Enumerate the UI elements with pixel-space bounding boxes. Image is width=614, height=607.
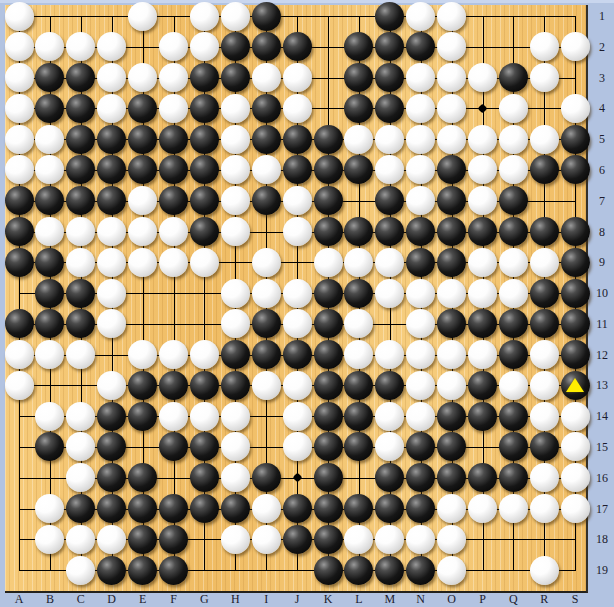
white-stone-G2[interactable] xyxy=(190,32,219,61)
white-stone-I17[interactable] xyxy=(252,494,281,523)
black-stone-H13[interactable] xyxy=(221,371,250,400)
white-stone-F8[interactable] xyxy=(159,217,188,246)
black-stone-D7[interactable] xyxy=(97,186,126,215)
black-stone-I2[interactable] xyxy=(252,32,281,61)
black-stone-L8[interactable] xyxy=(344,217,373,246)
white-stone-B14[interactable] xyxy=(35,402,64,431)
white-stone-D13[interactable] xyxy=(97,371,126,400)
white-stone-A6[interactable] xyxy=(5,155,34,184)
black-stone-C10[interactable] xyxy=(66,279,95,308)
black-stone-S8[interactable] xyxy=(561,217,590,246)
black-stone-J12[interactable] xyxy=(283,340,312,369)
white-stone-P5[interactable] xyxy=(468,125,497,154)
black-stone-C3[interactable] xyxy=(66,63,95,92)
white-stone-H6[interactable] xyxy=(221,155,250,184)
row-label-6: 6 xyxy=(591,163,613,177)
white-stone-C16[interactable] xyxy=(66,463,95,492)
white-stone-C8[interactable] xyxy=(66,217,95,246)
black-stone-I5[interactable] xyxy=(252,125,281,154)
black-stone-M3[interactable] xyxy=(375,63,404,92)
black-stone-D6[interactable] xyxy=(97,155,126,184)
white-stone-R2[interactable] xyxy=(530,32,559,61)
black-stone-R10[interactable] xyxy=(530,279,559,308)
white-stone-F9[interactable] xyxy=(159,248,188,277)
white-stone-H8[interactable] xyxy=(221,217,250,246)
black-stone-K18[interactable] xyxy=(314,525,343,554)
white-stone-F2[interactable] xyxy=(159,32,188,61)
white-stone-C15[interactable] xyxy=(66,432,95,461)
white-stone-M18[interactable] xyxy=(375,525,404,554)
white-stone-I18[interactable] xyxy=(252,525,281,554)
white-stone-H11[interactable] xyxy=(221,309,250,338)
black-stone-S12[interactable] xyxy=(561,340,590,369)
white-stone-B8[interactable] xyxy=(35,217,64,246)
black-stone-A8[interactable] xyxy=(5,217,34,246)
white-stone-P10[interactable] xyxy=(468,279,497,308)
black-stone-H3[interactable] xyxy=(221,63,250,92)
black-stone-I11[interactable] xyxy=(252,309,281,338)
black-stone-Q7[interactable] xyxy=(499,186,528,215)
white-stone-S4[interactable] xyxy=(561,94,590,123)
black-stone-M17[interactable] xyxy=(375,494,404,523)
white-stone-M5[interactable] xyxy=(375,125,404,154)
white-stone-R9[interactable] xyxy=(530,248,559,277)
white-stone-G9[interactable] xyxy=(190,248,219,277)
white-stone-H7[interactable] xyxy=(221,186,250,215)
white-stone-J8[interactable] xyxy=(283,217,312,246)
white-stone-F3[interactable] xyxy=(159,63,188,92)
white-stone-F12[interactable] xyxy=(159,340,188,369)
black-stone-D16[interactable] xyxy=(97,463,126,492)
white-stone-R16[interactable] xyxy=(530,463,559,492)
white-stone-E12[interactable] xyxy=(128,340,157,369)
white-stone-I6[interactable] xyxy=(252,155,281,184)
white-stone-J13[interactable] xyxy=(283,371,312,400)
white-stone-D18[interactable] xyxy=(97,525,126,554)
black-stone-M16[interactable] xyxy=(375,463,404,492)
black-stone-F5[interactable] xyxy=(159,125,188,154)
white-stone-H5[interactable] xyxy=(221,125,250,154)
black-stone-D15[interactable] xyxy=(97,432,126,461)
black-stone-A7[interactable] xyxy=(5,186,34,215)
white-stone-P6[interactable] xyxy=(468,155,497,184)
white-stone-R13[interactable] xyxy=(530,371,559,400)
white-stone-H1[interactable] xyxy=(221,2,250,31)
black-stone-B10[interactable] xyxy=(35,279,64,308)
white-stone-H4[interactable] xyxy=(221,94,250,123)
white-stone-N18[interactable] xyxy=(406,525,435,554)
black-stone-L14[interactable] xyxy=(344,402,373,431)
black-stone-I7[interactable] xyxy=(252,186,281,215)
white-stone-O2[interactable] xyxy=(437,32,466,61)
black-stone-G8[interactable] xyxy=(190,217,219,246)
white-stone-P12[interactable] xyxy=(468,340,497,369)
white-stone-B12[interactable] xyxy=(35,340,64,369)
black-stone-K5[interactable] xyxy=(314,125,343,154)
black-stone-L17[interactable] xyxy=(344,494,373,523)
black-stone-B4[interactable] xyxy=(35,94,64,123)
black-stone-I4[interactable] xyxy=(252,94,281,123)
white-stone-N5[interactable] xyxy=(406,125,435,154)
black-stone-O11[interactable] xyxy=(437,309,466,338)
black-stone-C5[interactable] xyxy=(66,125,95,154)
black-stone-O15[interactable] xyxy=(437,432,466,461)
black-stone-F15[interactable] xyxy=(159,432,188,461)
white-stone-O10[interactable] xyxy=(437,279,466,308)
white-stone-M12[interactable] xyxy=(375,340,404,369)
black-stone-R6[interactable] xyxy=(530,155,559,184)
black-stone-G7[interactable] xyxy=(190,186,219,215)
white-stone-P9[interactable] xyxy=(468,248,497,277)
black-stone-K16[interactable] xyxy=(314,463,343,492)
white-stone-D9[interactable] xyxy=(97,248,126,277)
white-stone-L18[interactable] xyxy=(344,525,373,554)
black-stone-K17[interactable] xyxy=(314,494,343,523)
black-stone-N19[interactable] xyxy=(406,556,435,585)
black-stone-R11[interactable] xyxy=(530,309,559,338)
white-stone-D11[interactable] xyxy=(97,309,126,338)
white-stone-N4[interactable] xyxy=(406,94,435,123)
white-stone-Q4[interactable] xyxy=(499,94,528,123)
black-stone-J2[interactable] xyxy=(283,32,312,61)
black-stone-J17[interactable] xyxy=(283,494,312,523)
white-stone-G12[interactable] xyxy=(190,340,219,369)
black-stone-N15[interactable] xyxy=(406,432,435,461)
white-stone-N3[interactable] xyxy=(406,63,435,92)
black-stone-L10[interactable] xyxy=(344,279,373,308)
black-stone-G15[interactable] xyxy=(190,432,219,461)
white-stone-D2[interactable] xyxy=(97,32,126,61)
white-stone-A2[interactable] xyxy=(5,32,34,61)
black-stone-G13[interactable] xyxy=(190,371,219,400)
black-stone-F17[interactable] xyxy=(159,494,188,523)
black-stone-C11[interactable] xyxy=(66,309,95,338)
black-stone-Q11[interactable] xyxy=(499,309,528,338)
black-stone-F7[interactable] xyxy=(159,186,188,215)
white-stone-H10[interactable] xyxy=(221,279,250,308)
white-stone-D8[interactable] xyxy=(97,217,126,246)
black-stone-L2[interactable] xyxy=(344,32,373,61)
white-stone-J10[interactable] xyxy=(283,279,312,308)
white-stone-Q5[interactable] xyxy=(499,125,528,154)
white-stone-O5[interactable] xyxy=(437,125,466,154)
white-stone-N12[interactable] xyxy=(406,340,435,369)
white-stone-I10[interactable] xyxy=(252,279,281,308)
black-stone-F13[interactable] xyxy=(159,371,188,400)
black-stone-J6[interactable] xyxy=(283,155,312,184)
white-stone-R12[interactable] xyxy=(530,340,559,369)
white-stone-R17[interactable] xyxy=(530,494,559,523)
white-stone-H18[interactable] xyxy=(221,525,250,554)
white-stone-J3[interactable] xyxy=(283,63,312,92)
white-stone-C9[interactable] xyxy=(66,248,95,277)
black-stone-K12[interactable] xyxy=(314,340,343,369)
black-stone-B3[interactable] xyxy=(35,63,64,92)
black-stone-E6[interactable] xyxy=(128,155,157,184)
white-stone-J11[interactable] xyxy=(283,309,312,338)
white-stone-O18[interactable] xyxy=(437,525,466,554)
black-stone-A9[interactable] xyxy=(5,248,34,277)
black-stone-E18[interactable] xyxy=(128,525,157,554)
black-stone-S11[interactable] xyxy=(561,309,590,338)
black-stone-O14[interactable] xyxy=(437,402,466,431)
black-stone-P8[interactable] xyxy=(468,217,497,246)
black-stone-N17[interactable] xyxy=(406,494,435,523)
white-stone-O19[interactable] xyxy=(437,556,466,585)
white-stone-Q17[interactable] xyxy=(499,494,528,523)
white-stone-I13[interactable] xyxy=(252,371,281,400)
black-stone-D5[interactable] xyxy=(97,125,126,154)
black-stone-C17[interactable] xyxy=(66,494,95,523)
black-stone-G6[interactable] xyxy=(190,155,219,184)
white-stone-B5[interactable] xyxy=(35,125,64,154)
white-stone-J14[interactable] xyxy=(283,402,312,431)
black-stone-S6[interactable] xyxy=(561,155,590,184)
black-stone-B9[interactable] xyxy=(35,248,64,277)
black-stone-P14[interactable] xyxy=(468,402,497,431)
black-stone-K6[interactable] xyxy=(314,155,343,184)
black-stone-A11[interactable] xyxy=(5,309,34,338)
white-stone-A13[interactable] xyxy=(5,371,34,400)
black-stone-B15[interactable] xyxy=(35,432,64,461)
white-stone-A3[interactable] xyxy=(5,63,34,92)
white-stone-S16[interactable] xyxy=(561,463,590,492)
black-stone-N8[interactable] xyxy=(406,217,435,246)
white-stone-N10[interactable] xyxy=(406,279,435,308)
white-stone-J7[interactable] xyxy=(283,186,312,215)
white-stone-E8[interactable] xyxy=(128,217,157,246)
black-stone-P16[interactable] xyxy=(468,463,497,492)
white-stone-M10[interactable] xyxy=(375,279,404,308)
black-stone-L19[interactable] xyxy=(344,556,373,585)
white-stone-E1[interactable] xyxy=(128,2,157,31)
white-stone-D4[interactable] xyxy=(97,94,126,123)
black-stone-O6[interactable] xyxy=(437,155,466,184)
white-stone-B18[interactable] xyxy=(35,525,64,554)
black-stone-Q12[interactable] xyxy=(499,340,528,369)
white-stone-O3[interactable] xyxy=(437,63,466,92)
black-stone-G16[interactable] xyxy=(190,463,219,492)
white-stone-L12[interactable] xyxy=(344,340,373,369)
black-stone-S5[interactable] xyxy=(561,125,590,154)
black-stone-N9[interactable] xyxy=(406,248,435,277)
black-stone-M1[interactable] xyxy=(375,2,404,31)
black-stone-E13[interactable] xyxy=(128,371,157,400)
black-stone-H12[interactable] xyxy=(221,340,250,369)
white-stone-O4[interactable] xyxy=(437,94,466,123)
black-stone-O8[interactable] xyxy=(437,217,466,246)
white-stone-A5[interactable] xyxy=(5,125,34,154)
black-stone-H2[interactable] xyxy=(221,32,250,61)
black-stone-P11[interactable] xyxy=(468,309,497,338)
white-stone-B17[interactable] xyxy=(35,494,64,523)
black-stone-M7[interactable] xyxy=(375,186,404,215)
black-stone-G4[interactable] xyxy=(190,94,219,123)
black-stone-D17[interactable] xyxy=(97,494,126,523)
white-stone-S17[interactable] xyxy=(561,494,590,523)
black-stone-K11[interactable] xyxy=(314,309,343,338)
black-stone-Q8[interactable] xyxy=(499,217,528,246)
black-stone-I12[interactable] xyxy=(252,340,281,369)
black-stone-K15[interactable] xyxy=(314,432,343,461)
black-stone-M13[interactable] xyxy=(375,371,404,400)
white-stone-F4[interactable] xyxy=(159,94,188,123)
black-stone-I16[interactable] xyxy=(252,463,281,492)
white-stone-A12[interactable] xyxy=(5,340,34,369)
white-stone-O1[interactable] xyxy=(437,2,466,31)
white-stone-B6[interactable] xyxy=(35,155,64,184)
black-stone-P13[interactable] xyxy=(468,371,497,400)
black-stone-E19[interactable] xyxy=(128,556,157,585)
black-stone-E17[interactable] xyxy=(128,494,157,523)
black-stone-D19[interactable] xyxy=(97,556,126,585)
white-stone-I3[interactable] xyxy=(252,63,281,92)
black-stone-I1[interactable] xyxy=(252,2,281,31)
black-stone-L15[interactable] xyxy=(344,432,373,461)
white-stone-M14[interactable] xyxy=(375,402,404,431)
white-stone-R14[interactable] xyxy=(530,402,559,431)
black-stone-E16[interactable] xyxy=(128,463,157,492)
black-stone-G17[interactable] xyxy=(190,494,219,523)
white-stone-Q9[interactable] xyxy=(499,248,528,277)
black-stone-N2[interactable] xyxy=(406,32,435,61)
white-stone-M9[interactable] xyxy=(375,248,404,277)
white-stone-A4[interactable] xyxy=(5,94,34,123)
black-stone-D14[interactable] xyxy=(97,402,126,431)
white-stone-Q6[interactable] xyxy=(499,155,528,184)
black-stone-B11[interactable] xyxy=(35,309,64,338)
white-stone-P3[interactable] xyxy=(468,63,497,92)
black-stone-J5[interactable] xyxy=(283,125,312,154)
black-stone-K14[interactable] xyxy=(314,402,343,431)
white-stone-O13[interactable] xyxy=(437,371,466,400)
black-stone-R15[interactable] xyxy=(530,432,559,461)
white-stone-L9[interactable] xyxy=(344,248,373,277)
black-stone-O9[interactable] xyxy=(437,248,466,277)
black-stone-K8[interactable] xyxy=(314,217,343,246)
white-stone-M15[interactable] xyxy=(375,432,404,461)
white-stone-I9[interactable] xyxy=(252,248,281,277)
white-stone-E9[interactable] xyxy=(128,248,157,277)
white-stone-D3[interactable] xyxy=(97,63,126,92)
black-stone-E14[interactable] xyxy=(128,402,157,431)
white-stone-H15[interactable] xyxy=(221,432,250,461)
white-stone-K9[interactable] xyxy=(314,248,343,277)
white-stone-J4[interactable] xyxy=(283,94,312,123)
black-stone-F18[interactable] xyxy=(159,525,188,554)
white-stone-R5[interactable] xyxy=(530,125,559,154)
white-stone-P7[interactable] xyxy=(468,186,497,215)
black-stone-S9[interactable] xyxy=(561,248,590,277)
white-stone-B2[interactable] xyxy=(35,32,64,61)
white-stone-O12[interactable] xyxy=(437,340,466,369)
white-stone-Q10[interactable] xyxy=(499,279,528,308)
white-stone-A1[interactable] xyxy=(5,2,34,31)
black-stone-N16[interactable] xyxy=(406,463,435,492)
black-stone-K10[interactable] xyxy=(314,279,343,308)
black-stone-C7[interactable] xyxy=(66,186,95,215)
black-stone-O7[interactable] xyxy=(437,186,466,215)
black-stone-Q14[interactable] xyxy=(499,402,528,431)
white-stone-C19[interactable] xyxy=(66,556,95,585)
black-stone-O16[interactable] xyxy=(437,463,466,492)
white-stone-C14[interactable] xyxy=(66,402,95,431)
row-label-13: 13 xyxy=(591,378,613,392)
black-stone-C4[interactable] xyxy=(66,94,95,123)
black-stone-L13[interactable] xyxy=(344,371,373,400)
black-stone-F19[interactable] xyxy=(159,556,188,585)
black-stone-C6[interactable] xyxy=(66,155,95,184)
white-stone-N6[interactable] xyxy=(406,155,435,184)
black-stone-K7[interactable] xyxy=(314,186,343,215)
black-stone-R8[interactable] xyxy=(530,217,559,246)
black-stone-E5[interactable] xyxy=(128,125,157,154)
white-stone-N7[interactable] xyxy=(406,186,435,215)
white-stone-F14[interactable] xyxy=(159,402,188,431)
white-stone-P17[interactable] xyxy=(468,494,497,523)
white-stone-E7[interactable] xyxy=(128,186,157,215)
white-stone-L5[interactable] xyxy=(344,125,373,154)
black-stone-E4[interactable] xyxy=(128,94,157,123)
black-stone-M2[interactable] xyxy=(375,32,404,61)
white-stone-C2[interactable] xyxy=(66,32,95,61)
black-stone-J18[interactable] xyxy=(283,525,312,554)
white-stone-J15[interactable] xyxy=(283,432,312,461)
go-board[interactable] xyxy=(5,5,588,593)
white-stone-N1[interactable] xyxy=(406,2,435,31)
white-stone-S15[interactable] xyxy=(561,432,590,461)
white-stone-N14[interactable] xyxy=(406,402,435,431)
white-stone-S14[interactable] xyxy=(561,402,590,431)
black-stone-Q15[interactable] xyxy=(499,432,528,461)
row-label-1: 1 xyxy=(591,9,613,23)
black-stone-M4[interactable] xyxy=(375,94,404,123)
white-stone-N13[interactable] xyxy=(406,371,435,400)
black-stone-G5[interactable] xyxy=(190,125,219,154)
black-stone-B7[interactable] xyxy=(35,186,64,215)
white-stone-E3[interactable] xyxy=(128,63,157,92)
black-stone-Q16[interactable] xyxy=(499,463,528,492)
white-stone-S2[interactable] xyxy=(561,32,590,61)
black-stone-M8[interactable] xyxy=(375,217,404,246)
white-stone-R19[interactable] xyxy=(530,556,559,585)
white-stone-D10[interactable] xyxy=(97,279,126,308)
white-stone-C18[interactable] xyxy=(66,525,95,554)
white-stone-C12[interactable] xyxy=(66,340,95,369)
black-stone-Q3[interactable] xyxy=(499,63,528,92)
white-stone-G1[interactable] xyxy=(190,2,219,31)
white-stone-M6[interactable] xyxy=(375,155,404,184)
black-stone-L6[interactable] xyxy=(344,155,373,184)
white-stone-H14[interactable] xyxy=(221,402,250,431)
black-stone-S10[interactable] xyxy=(561,279,590,308)
white-stone-H16[interactable] xyxy=(221,463,250,492)
black-stone-K13[interactable] xyxy=(314,371,343,400)
white-stone-G14[interactable] xyxy=(190,402,219,431)
white-stone-N11[interactable] xyxy=(406,309,435,338)
white-stone-Q13[interactable] xyxy=(499,371,528,400)
white-stone-O17[interactable] xyxy=(437,494,466,523)
black-stone-L3[interactable] xyxy=(344,63,373,92)
black-stone-L4[interactable] xyxy=(344,94,373,123)
black-stone-G3[interactable] xyxy=(190,63,219,92)
black-stone-K19[interactable] xyxy=(314,556,343,585)
white-stone-R3[interactable] xyxy=(530,63,559,92)
black-stone-F6[interactable] xyxy=(159,155,188,184)
black-stone-H17[interactable] xyxy=(221,494,250,523)
white-stone-L11[interactable] xyxy=(344,309,373,338)
black-stone-M19[interactable] xyxy=(375,556,404,585)
